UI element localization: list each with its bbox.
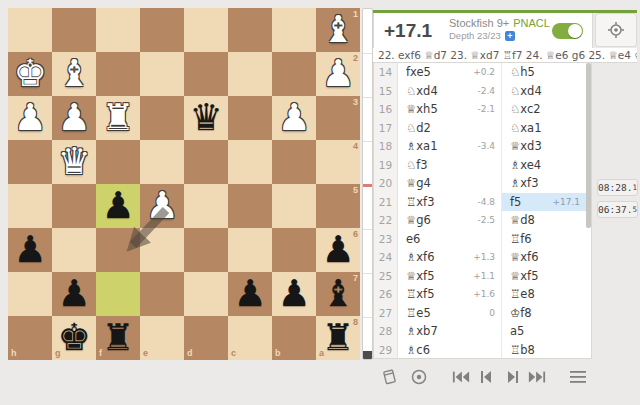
piece-white-pawn-e5[interactable]: ♟ bbox=[140, 184, 184, 228]
square-c2[interactable] bbox=[228, 52, 272, 96]
engine-pv-line[interactable]: 22. exf6 ♕d7 23. ♕xd7 ♖f7 24. ♕e6 g6 25.… bbox=[373, 48, 637, 63]
square-a3[interactable]: 3 bbox=[316, 96, 360, 140]
move-17-white[interactable]: ♘d2 bbox=[398, 119, 502, 138]
move-number-18: 18 bbox=[374, 137, 398, 156]
engine-info: Stockfish 9+PNACL Depth 23/23+ bbox=[449, 17, 550, 41]
piece-white-bishop-a1[interactable]: ♝ bbox=[316, 8, 360, 52]
square-d5[interactable] bbox=[184, 184, 228, 228]
move-number-25: 25 bbox=[374, 267, 398, 286]
piece-black-king-g8[interactable]: ♚ bbox=[52, 316, 96, 360]
coord-file-h: h bbox=[11, 349, 17, 358]
skip-to-end-icon bbox=[528, 370, 546, 384]
coord-rank-4: 4 bbox=[353, 142, 358, 151]
move-san: ♕g6 bbox=[406, 213, 431, 227]
square-b5[interactable] bbox=[272, 184, 316, 228]
coord-rank-3: 3 bbox=[353, 98, 358, 107]
move-number-15: 15 bbox=[374, 82, 398, 101]
square-e5[interactable]: ♟ bbox=[140, 184, 184, 228]
move-21-white[interactable]: ♖xf3-4.8 bbox=[398, 193, 502, 212]
square-g2[interactable]: ♝ bbox=[52, 52, 96, 96]
move-san: ♗xb7 bbox=[406, 324, 438, 338]
menu-button[interactable] bbox=[566, 365, 590, 389]
square-h8[interactable]: h bbox=[8, 316, 52, 360]
square-f5[interactable]: ♟ bbox=[96, 184, 140, 228]
piece-black-pawn-c7[interactable]: ♟ bbox=[228, 272, 272, 316]
practice-goal-button[interactable] bbox=[407, 365, 431, 389]
move-15-black[interactable]: ♘xd4 bbox=[502, 82, 586, 101]
move-number-22: 22 bbox=[374, 211, 398, 230]
coord-file-d: d bbox=[187, 349, 193, 358]
opening-book-button[interactable] bbox=[377, 365, 401, 389]
crosshair-icon bbox=[607, 21, 625, 39]
move-san: ♕xf5 bbox=[510, 269, 538, 283]
move-san: ♖xf3 bbox=[406, 195, 434, 209]
square-e6[interactable] bbox=[140, 228, 184, 272]
move-eval: -3.4 bbox=[477, 141, 495, 151]
move-number-16: 16 bbox=[374, 100, 398, 119]
square-b7[interactable]: ♟ bbox=[272, 272, 316, 316]
move-25-black[interactable]: ♕xf5 bbox=[502, 267, 586, 286]
piece-white-rook-f3[interactable]: ♜ bbox=[96, 96, 140, 140]
move-25-white[interactable]: ♕xf5+1.1 bbox=[398, 267, 502, 286]
piece-black-rook-f8[interactable]: ♜ bbox=[96, 316, 140, 360]
move-27-black[interactable]: ♔f8 bbox=[502, 304, 586, 323]
move-san: ♘xc2 bbox=[510, 102, 541, 116]
move-28-white[interactable]: ♗xb7 bbox=[398, 322, 502, 341]
move-number-19: 19 bbox=[374, 156, 398, 175]
square-c5[interactable] bbox=[228, 184, 272, 228]
square-h4[interactable] bbox=[8, 140, 52, 184]
move-20-black[interactable]: ♗xf3 bbox=[502, 174, 586, 193]
square-d4[interactable] bbox=[184, 140, 228, 184]
move-san: ♖f6 bbox=[510, 232, 532, 246]
piece-white-queen-g4[interactable]: ♛ bbox=[52, 140, 96, 184]
move-san: ♘xa1 bbox=[510, 121, 541, 135]
move-san: ♖e5 bbox=[406, 306, 431, 320]
square-g4[interactable]: ♛ bbox=[52, 140, 96, 184]
square-e2[interactable] bbox=[140, 52, 184, 96]
move-san: ♕xd3 bbox=[510, 139, 542, 153]
step-forward-icon bbox=[506, 370, 520, 384]
move-eval: 0 bbox=[489, 308, 495, 318]
next-move-button[interactable] bbox=[501, 365, 525, 389]
eval-gauge bbox=[362, 8, 373, 360]
square-a4[interactable]: 4 bbox=[316, 140, 360, 184]
piece-white-pawn-g3[interactable]: ♟ bbox=[52, 96, 96, 140]
move-number-20: 20 bbox=[374, 174, 398, 193]
move-san: ♗xf3 bbox=[510, 176, 538, 190]
coord-file-b: b bbox=[275, 349, 281, 358]
move-san: ♕d8 bbox=[510, 213, 535, 227]
engine-toggle-switch[interactable] bbox=[552, 23, 583, 39]
square-e3[interactable] bbox=[140, 96, 184, 140]
move-san: fxe5 bbox=[406, 65, 431, 79]
square-d2[interactable] bbox=[184, 52, 228, 96]
eval-score: +17.1 bbox=[384, 13, 432, 48]
move-number-27: 27 bbox=[374, 304, 398, 323]
analysis-settings-button[interactable] bbox=[595, 13, 637, 47]
square-b3[interactable]: ♟ bbox=[272, 96, 316, 140]
square-e8[interactable]: e bbox=[140, 316, 184, 360]
move-21-black[interactable]: f5+17.1 bbox=[502, 193, 586, 212]
move-26-white[interactable]: ♖xf5+1.6 bbox=[398, 285, 502, 304]
square-a2[interactable]: ♟2 bbox=[316, 52, 360, 96]
move-eval: -2.1 bbox=[477, 104, 495, 114]
piece-white-pawn-a2[interactable]: ♟ bbox=[316, 52, 360, 96]
move-eval: +0.2 bbox=[473, 67, 495, 77]
analysis-page: ♝1♚♝♟2♟♟♜♛♟3♛4♟♟5♟♟6♟♟♟♝7h♚g♜fedcb♜8a +1… bbox=[0, 0, 640, 405]
move-number-17: 17 bbox=[374, 119, 398, 138]
piece-white-pawn-h3[interactable]: ♟ bbox=[8, 96, 52, 140]
move-number-14: 14 bbox=[374, 63, 398, 82]
chess-board[interactable]: ♝1♚♝♟2♟♟♜♛♟3♛4♟♟5♟♟6♟♟♟♝7h♚g♜fedcb♜8a bbox=[8, 8, 360, 360]
move-san: ♗xe4 bbox=[510, 158, 541, 172]
square-a7[interactable]: ♝7 bbox=[316, 272, 360, 316]
move-san: f5 bbox=[510, 195, 521, 209]
move-eval: +1.6 bbox=[473, 289, 495, 299]
move-san: ♕g4 bbox=[406, 176, 431, 190]
engine-variant: PNACL bbox=[513, 17, 550, 29]
square-h5[interactable] bbox=[8, 184, 52, 228]
move-san: ♘d2 bbox=[406, 121, 431, 135]
square-g7[interactable]: ♟ bbox=[52, 272, 96, 316]
square-b4[interactable] bbox=[272, 140, 316, 184]
move-number-23: 23 bbox=[374, 230, 398, 249]
scrollbar-thumb[interactable] bbox=[586, 63, 591, 228]
coord-file-e: e bbox=[143, 349, 148, 358]
piece-black-pawn-a6[interactable]: ♟ bbox=[316, 228, 360, 272]
eval-gauge-black-share bbox=[363, 351, 372, 359]
square-a8[interactable]: ♜8a bbox=[316, 316, 360, 360]
skip-to-start-icon bbox=[452, 370, 470, 384]
square-b1[interactable] bbox=[272, 8, 316, 52]
move-number-29: 29 bbox=[374, 341, 398, 360]
move-number-26: 26 bbox=[374, 285, 398, 304]
square-a5[interactable]: 5 bbox=[316, 184, 360, 228]
piece-white-pawn-b3[interactable]: ♟ bbox=[272, 96, 316, 140]
move-list: 14fxe5+0.2♘h515♘xd4-2.4♘xd416♕xh5-2.1♘xc… bbox=[373, 63, 592, 359]
book-icon bbox=[380, 368, 398, 386]
move-14-black[interactable]: ♘h5 bbox=[502, 63, 586, 82]
move-san: ♖xf5 bbox=[406, 287, 434, 301]
clock-white: 08:28.1 bbox=[597, 179, 638, 196]
move-eval: -2.5 bbox=[477, 215, 495, 225]
move-24-white[interactable]: ♗xf6+1.3 bbox=[398, 248, 502, 267]
square-b8[interactable]: b bbox=[272, 316, 316, 360]
go-deeper-button[interactable]: + bbox=[505, 31, 515, 41]
square-e1[interactable] bbox=[140, 8, 184, 52]
piece-white-king-h2[interactable]: ♚ bbox=[8, 52, 52, 96]
move-san: ♕xh5 bbox=[406, 102, 438, 116]
move-san: ♘h5 bbox=[510, 65, 535, 79]
square-h3[interactable]: ♟ bbox=[8, 96, 52, 140]
square-d3[interactable]: ♛ bbox=[184, 96, 228, 140]
square-g5[interactable] bbox=[52, 184, 96, 228]
piece-black-rook-a8[interactable]: ♜ bbox=[316, 316, 360, 360]
square-a1[interactable]: ♝1 bbox=[316, 8, 360, 52]
move-22-black[interactable]: ♕d8 bbox=[502, 211, 586, 230]
square-c8[interactable]: c bbox=[228, 316, 272, 360]
move-16-black[interactable]: ♘xc2 bbox=[502, 100, 586, 119]
square-f6[interactable] bbox=[96, 228, 140, 272]
coord-file-c: c bbox=[231, 349, 236, 358]
square-f7[interactable] bbox=[96, 272, 140, 316]
move-23-black[interactable]: ♖f6 bbox=[502, 230, 586, 249]
square-b6[interactable] bbox=[272, 228, 316, 272]
move-eval: +1.1 bbox=[473, 271, 495, 281]
move-san: ♗c6 bbox=[406, 343, 430, 357]
square-f2[interactable] bbox=[96, 52, 140, 96]
move-26-black[interactable]: ♖e8 bbox=[502, 285, 586, 304]
move-san: a5 bbox=[510, 324, 524, 338]
move-san: ♘xd4 bbox=[510, 84, 542, 98]
move-14-white[interactable]: fxe5+0.2 bbox=[398, 63, 502, 82]
move-number-21: 21 bbox=[374, 193, 398, 212]
square-e7[interactable] bbox=[140, 272, 184, 316]
move-24-black[interactable]: ♕xf6 bbox=[502, 248, 586, 267]
piece-black-pawn-f5[interactable]: ♟ bbox=[96, 184, 140, 228]
move-19-white[interactable]: ♘f3 bbox=[398, 156, 502, 175]
move-san: ♗xa1 bbox=[406, 139, 437, 153]
move-san: e6 bbox=[406, 232, 420, 246]
move-15-white[interactable]: ♘xd4-2.4 bbox=[398, 82, 502, 101]
piece-black-queen-d3[interactable]: ♛ bbox=[184, 96, 228, 140]
square-c6[interactable] bbox=[228, 228, 272, 272]
move-san: ♔f8 bbox=[510, 306, 532, 320]
square-c7[interactable]: ♟ bbox=[228, 272, 272, 316]
square-d7[interactable] bbox=[184, 272, 228, 316]
square-a6[interactable]: ♟6 bbox=[316, 228, 360, 272]
square-d6[interactable] bbox=[184, 228, 228, 272]
move-20-white[interactable]: ♕g4 bbox=[398, 174, 502, 193]
square-g3[interactable]: ♟ bbox=[52, 96, 96, 140]
move-29-white[interactable]: ♗c6 bbox=[398, 341, 502, 360]
square-c3[interactable] bbox=[228, 96, 272, 140]
square-h7[interactable] bbox=[8, 272, 52, 316]
move-san: ♖b8 bbox=[510, 343, 535, 357]
move-eval: +17.1 bbox=[552, 197, 580, 207]
engine-panel: +17.1 Stockfish 9+PNACL Depth 23/23+ bbox=[373, 13, 593, 48]
square-f4[interactable] bbox=[96, 140, 140, 184]
move-29-black[interactable]: ♖b8 bbox=[502, 341, 586, 360]
square-h6[interactable]: ♟ bbox=[8, 228, 52, 272]
square-g8[interactable]: ♚g bbox=[52, 316, 96, 360]
piece-white-bishop-g2[interactable]: ♝ bbox=[52, 52, 96, 96]
move-eval: -2.4 bbox=[477, 86, 495, 96]
target-icon bbox=[410, 368, 428, 386]
coord-rank-5: 5 bbox=[353, 186, 358, 195]
piece-black-pawn-b7[interactable]: ♟ bbox=[272, 272, 316, 316]
piece-black-pawn-h6[interactable]: ♟ bbox=[8, 228, 52, 272]
engine-depth: Depth 23/23+ bbox=[449, 30, 550, 41]
engine-name: Stockfish 9+PNACL bbox=[449, 17, 550, 29]
move-18-black[interactable]: ♕xd3 bbox=[502, 137, 586, 156]
last-move-button[interactable] bbox=[525, 365, 549, 389]
move-san: ♘xd4 bbox=[406, 84, 438, 98]
move-22-white[interactable]: ♕g6-2.5 bbox=[398, 211, 502, 230]
move-number-28: 28 bbox=[374, 322, 398, 341]
square-f8[interactable]: ♜f bbox=[96, 316, 140, 360]
move-san: ♖e8 bbox=[510, 287, 535, 301]
square-e4[interactable] bbox=[140, 140, 184, 184]
toggle-knob bbox=[568, 24, 582, 38]
move-list-scrollbar bbox=[586, 63, 591, 359]
move-san: ♗xf6 bbox=[406, 250, 434, 264]
move-18-white[interactable]: ♗xa1-3.4 bbox=[398, 137, 502, 156]
piece-black-pawn-g7[interactable]: ♟ bbox=[52, 272, 96, 316]
square-f1[interactable] bbox=[96, 8, 140, 52]
square-d8[interactable]: d bbox=[184, 316, 228, 360]
piece-black-bishop-a7[interactable]: ♝ bbox=[316, 272, 360, 316]
square-g6[interactable] bbox=[52, 228, 96, 272]
square-g1[interactable] bbox=[52, 8, 96, 52]
hamburger-icon bbox=[569, 370, 587, 384]
move-16-white[interactable]: ♕xh5-2.1 bbox=[398, 100, 502, 119]
first-move-button[interactable] bbox=[449, 365, 473, 389]
square-h2[interactable]: ♚ bbox=[8, 52, 52, 96]
square-c1[interactable] bbox=[228, 8, 272, 52]
square-f3[interactable]: ♜ bbox=[96, 96, 140, 140]
square-h1[interactable] bbox=[8, 8, 52, 52]
move-28-black[interactable]: a5 bbox=[502, 322, 586, 341]
move-27-white[interactable]: ♖e50 bbox=[398, 304, 502, 323]
square-b2[interactable] bbox=[272, 52, 316, 96]
clock-black: 06:37.5 bbox=[597, 201, 638, 218]
previous-move-button[interactable] bbox=[474, 365, 498, 389]
square-c4[interactable] bbox=[228, 140, 272, 184]
move-san: ♘f3 bbox=[406, 158, 428, 172]
square-d1[interactable] bbox=[184, 8, 228, 52]
move-san: ♕xf5 bbox=[406, 269, 434, 283]
step-back-icon bbox=[479, 370, 493, 384]
eval-gauge-midline bbox=[363, 184, 372, 187]
move-23-white[interactable]: e6 bbox=[398, 230, 502, 249]
move-17-black[interactable]: ♘xa1 bbox=[502, 119, 586, 138]
move-eval: -4.8 bbox=[477, 197, 495, 207]
move-number-24: 24 bbox=[374, 248, 398, 267]
move-19-black[interactable]: ♗xe4 bbox=[502, 156, 586, 175]
move-san: ♕xf6 bbox=[510, 250, 538, 264]
move-eval: +1.3 bbox=[473, 252, 495, 262]
